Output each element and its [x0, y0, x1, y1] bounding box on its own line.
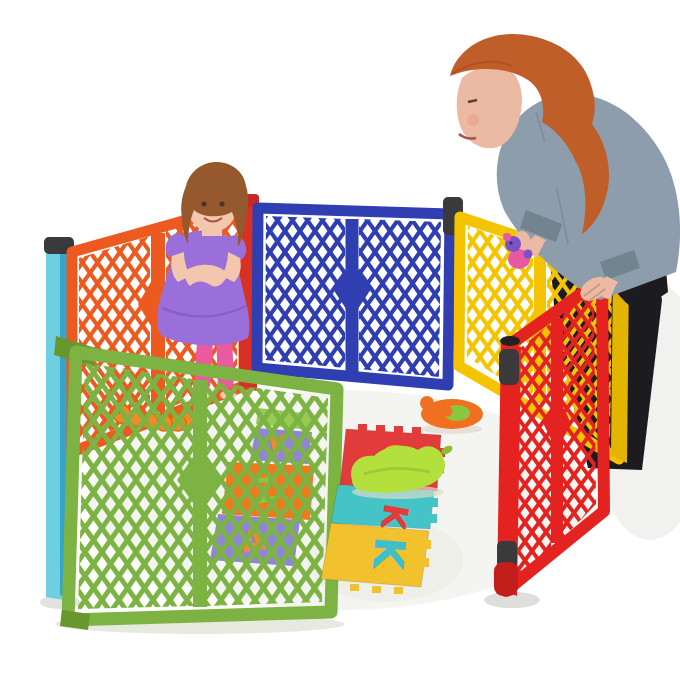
blue-mesh-left [265, 216, 345, 368]
green-mesh-right [207, 381, 328, 606]
plush-ear [503, 233, 511, 241]
disc-bite [442, 406, 453, 417]
red-foot [494, 562, 518, 596]
panel-blue [257, 197, 463, 385]
plush-eye [509, 241, 512, 244]
woman-cheek [467, 114, 479, 126]
plush-arm [524, 250, 533, 259]
red-adjuster-top [499, 349, 519, 385]
blue-mesh-right [359, 219, 441, 377]
product-photo: K Z A Q [0, 0, 680, 680]
red-mesh-right [563, 287, 596, 538]
green-mesh-left [78, 363, 193, 609]
scene-canvas: K Z A Q [0, 0, 680, 680]
panel-green [54, 336, 337, 630]
toddler-left-eye [202, 202, 207, 207]
toddler-right-eye [220, 202, 225, 207]
mat-k2-letter: K [362, 535, 414, 573]
red-post-cap [500, 336, 520, 346]
